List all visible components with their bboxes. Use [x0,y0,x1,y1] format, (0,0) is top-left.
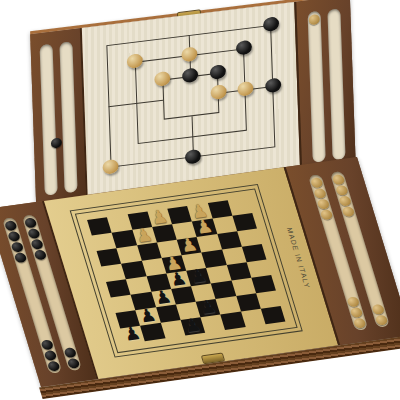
morris-piece-white-b6[interactable] [126,53,142,69]
morris-piece-black-d1[interactable] [185,149,201,165]
stored-disc-black[interactable] [40,339,54,350]
stored-disc-black[interactable] [3,220,17,231]
morris-piece-black-f6[interactable] [236,40,252,56]
stored-disc-black[interactable] [7,230,21,241]
checkerboard-frame: ♟♟♟♟♟♟♟♟♟♟♟♟♟ [70,184,303,358]
scene: ♟♟♟♟♟♟♟♟♟♟♟♟♟ MADE IN ITALY [0,0,400,400]
stored-disc-natural[interactable] [334,184,348,195]
morris-board [106,25,275,168]
storage-groove [59,41,77,193]
stored-disc-natural[interactable] [316,198,330,209]
stored-disc-black[interactable] [10,241,24,252]
stored-disc-black[interactable] [51,137,62,148]
stored-disc-black[interactable] [66,357,80,368]
morris-piece-black-g4[interactable] [265,77,281,93]
stored-disc-natural[interactable] [371,303,385,314]
stored-disc-black[interactable] [23,217,37,228]
checker-grid: ♟♟♟♟♟♟♟♟♟♟♟♟♟ [87,198,285,344]
morris-piece-black-g7[interactable] [263,16,279,32]
morris-piece-black-d5[interactable] [182,67,198,83]
stored-disc-natural[interactable] [308,13,319,24]
stored-disc-black[interactable] [33,249,47,260]
stored-disc-black[interactable] [63,347,77,358]
stored-disc-natural[interactable] [313,187,327,198]
stored-disc-natural[interactable] [341,206,355,217]
morris-piece-white-c5[interactable] [154,70,170,86]
stored-disc-natural[interactable] [349,306,363,317]
checkerboard-frame-inner: ♟♟♟♟♟♟♟♟♟♟♟♟♟ [75,188,298,353]
storage-groove [307,11,325,163]
storage-groove [39,44,57,196]
stored-disc-black[interactable] [26,228,40,239]
stored-disc-natural[interactable] [309,177,323,188]
morris-piece-white-a1[interactable] [102,159,118,175]
morris-piece-white-d6[interactable] [181,47,197,63]
brass-clasp[interactable] [201,352,225,364]
morris-piece-black-e5[interactable] [209,64,225,80]
stored-disc-natural[interactable] [346,296,360,307]
stored-disc-natural[interactable] [319,209,333,220]
stored-disc-natural[interactable] [331,174,345,185]
morris-points-layer [106,25,275,168]
morris-piece-white-e4[interactable] [210,84,226,100]
checker-square[interactable] [261,306,286,324]
stored-disc-black[interactable] [30,238,44,249]
morris-piece-white-f4[interactable] [238,81,254,97]
stored-disc-natural[interactable] [352,317,366,328]
lid-left-tray [30,28,88,209]
stored-disc-black[interactable] [13,252,27,263]
stored-disc-natural[interactable] [338,195,352,206]
lid-right-tray [294,0,356,176]
stored-disc-black[interactable] [43,349,57,360]
stored-disc-black[interactable] [46,360,60,371]
stored-disc-natural[interactable] [374,314,388,325]
storage-groove [327,8,345,160]
